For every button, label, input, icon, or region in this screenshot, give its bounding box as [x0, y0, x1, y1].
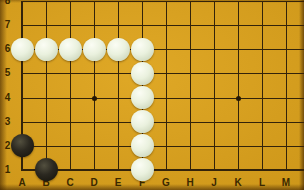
star-point-K4: [236, 96, 241, 101]
go-board[interactable]: ABCDEFGHJKLM87654321: [0, 0, 304, 190]
grid-line: [22, 25, 304, 26]
column-label-E: E: [111, 177, 125, 189]
grid-line: [22, 122, 304, 123]
column-label-D: D: [87, 177, 101, 189]
column-label-L: L: [255, 177, 269, 189]
row-label-3: 3: [1, 116, 14, 128]
black-stone-B1[interactable]: [35, 158, 58, 181]
star-point-D4: [92, 96, 97, 101]
column-label-A: A: [15, 177, 29, 189]
white-stone-F5[interactable]: [131, 62, 154, 85]
grid-line: [22, 98, 304, 99]
white-stone-F1[interactable]: [131, 158, 154, 181]
column-label-M: M: [279, 177, 293, 189]
grid-line: [22, 146, 304, 147]
black-stone-A2[interactable]: [11, 134, 34, 157]
grid-line: [22, 169, 304, 171]
white-stone-F6[interactable]: [131, 38, 154, 61]
row-label-7: 7: [1, 19, 14, 31]
column-label-G: G: [159, 177, 173, 189]
grid-line: [22, 73, 304, 74]
column-label-J: J: [207, 177, 221, 189]
row-label-4: 4: [1, 92, 14, 104]
white-stone-F2[interactable]: [131, 134, 154, 157]
white-stone-F4[interactable]: [131, 86, 154, 109]
column-label-H: H: [183, 177, 197, 189]
row-label-1: 1: [1, 164, 14, 176]
white-stone-D6[interactable]: [83, 38, 106, 61]
grid-line: [22, 1, 304, 2]
white-stone-E6[interactable]: [107, 38, 130, 61]
white-stone-C6[interactable]: [59, 38, 82, 61]
row-label-5: 5: [1, 67, 14, 79]
white-stone-B6[interactable]: [35, 38, 58, 61]
board-edge-shadow-right: [299, 0, 304, 190]
column-label-C: C: [63, 177, 77, 189]
white-stone-A6[interactable]: [11, 38, 34, 61]
column-label-K: K: [231, 177, 245, 189]
white-stone-F3[interactable]: [131, 110, 154, 133]
row-label-8: 8: [1, 0, 14, 7]
